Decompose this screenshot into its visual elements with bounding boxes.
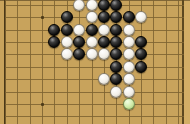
star-points-layer: [0, 41, 190, 82]
black-stone: [135, 61, 147, 73]
star-point: [41, 103, 44, 106]
go-board[interactable]: [0, 0, 190, 124]
white-stone: [73, 24, 85, 36]
white-stone: [86, 48, 98, 60]
white-stone: [123, 61, 135, 73]
white-stone: [123, 36, 135, 48]
black-stone: [110, 61, 122, 73]
black-stone: [98, 36, 110, 48]
white-stone: [61, 36, 73, 48]
grid-line-horizontal: [5, 92, 184, 93]
game-screenshot: [0, 0, 190, 124]
grid-line-vertical: [79, 0, 80, 124]
grid-line-horizontal: [5, 79, 184, 80]
white-stone: [86, 11, 98, 23]
grid-line-horizontal: [5, 116, 184, 117]
last-move-stone: [123, 98, 135, 110]
grid-line-vertical: [153, 0, 154, 124]
grid-line-horizontal: [5, 67, 184, 68]
grid-line-vertical: [166, 0, 167, 124]
white-stone: [123, 73, 135, 85]
white-stone: [123, 24, 135, 36]
grid-line-vertical: [30, 0, 31, 124]
white-stone: [86, 0, 98, 11]
grid-line-horizontal: [5, 104, 184, 105]
board-right-edge-line: [182, 0, 184, 124]
black-stone: [110, 24, 122, 36]
black-stone: [123, 11, 135, 23]
grid-line-vertical: [17, 0, 18, 124]
white-stone: [86, 36, 98, 48]
white-stone: [98, 24, 110, 36]
white-stone: [123, 48, 135, 60]
black-stone: [110, 73, 122, 85]
board-right-margin: [184, 0, 190, 124]
grid-line-vertical: [178, 0, 179, 124]
white-stone: [98, 73, 110, 85]
black-stone: [98, 0, 110, 11]
grid-line-vertical: [5, 0, 6, 124]
black-stone: [61, 24, 73, 36]
grid-line-vertical: [54, 0, 55, 124]
white-stone: [110, 86, 122, 98]
black-stone: [135, 36, 147, 48]
white-stone: [123, 86, 135, 98]
black-stone: [86, 24, 98, 36]
